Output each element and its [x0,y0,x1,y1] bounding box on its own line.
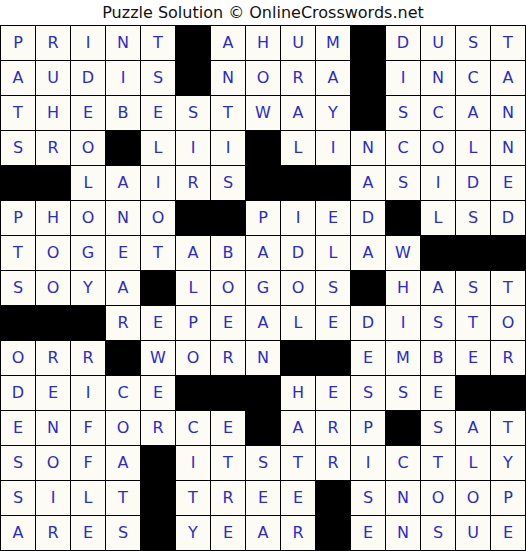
letter-cell: S [316,271,350,305]
black-cell [211,201,245,235]
letter-cell: P [1,201,35,235]
letter-cell: G [246,271,280,305]
letter-cell: E [351,341,385,375]
letter-cell: N [491,96,525,130]
letter-cell: A [491,61,525,95]
letter-cell: L [176,271,210,305]
letter-cell: I [141,166,175,200]
letter-cell: S [351,376,385,410]
letter-cell: D [1,376,35,410]
letter-cell: R [36,26,70,60]
letter-cell: S [106,516,140,550]
letter-cell: R [176,166,210,200]
letter-cell: T [141,236,175,270]
letter-cell: T [456,306,490,340]
letter-cell: L [456,131,490,165]
letter-cell: D [71,61,105,95]
letter-cell: T [1,96,35,130]
black-cell [176,201,210,235]
letter-cell: L [141,131,175,165]
letter-cell: A [456,96,490,130]
letter-cell: E [421,376,455,410]
black-cell [106,341,140,375]
letter-cell: C [106,376,140,410]
letter-cell: O [36,236,70,270]
letter-cell: A [211,26,245,60]
letter-cell: H [246,26,280,60]
letter-cell: A [351,166,385,200]
letter-cell: C [386,131,420,165]
letter-cell: N [351,131,385,165]
letter-cell: D [351,201,385,235]
letter-cell: B [211,236,245,270]
letter-cell: I [106,61,140,95]
letter-cell: O [491,306,525,340]
letter-cell: R [281,61,315,95]
letter-cell: O [281,271,315,305]
letter-cell: P [1,26,35,60]
letter-cell: W [386,236,420,270]
letter-cell: T [491,271,525,305]
letter-cell: S [386,96,420,130]
letter-cell: E [71,516,105,550]
letter-cell: E [491,516,525,550]
black-cell [36,306,70,340]
letter-cell: W [246,96,280,130]
letter-cell: R [36,516,70,550]
puzzle-solution-page: Puzzle Solution © OnlineCrosswords.net P… [0,0,526,551]
black-cell [141,446,175,480]
letter-cell: P [176,306,210,340]
letter-cell: E [316,201,350,235]
letter-cell: P [491,481,525,515]
letter-cell: C [386,446,420,480]
black-cell [421,236,455,270]
letter-cell: T [211,446,245,480]
black-cell [316,341,350,375]
letter-cell: I [176,446,210,480]
letter-cell: A [106,166,140,200]
letter-cell: E [211,411,245,445]
letter-cell: U [456,516,490,550]
letter-cell: R [141,411,175,445]
black-cell [316,516,350,550]
letter-cell: I [316,131,350,165]
letter-cell: U [36,61,70,95]
letter-cell: O [36,446,70,480]
black-cell [456,376,490,410]
black-cell [351,96,385,130]
letter-cell: S [1,131,35,165]
letter-cell: S [176,96,210,130]
letter-cell: S [1,481,35,515]
letter-cell: A [281,96,315,130]
letter-cell: I [281,201,315,235]
black-cell [491,236,525,270]
black-cell [351,61,385,95]
letter-cell: T [1,236,35,270]
letter-cell: L [456,446,490,480]
letter-cell: R [211,481,245,515]
letter-cell: S [421,411,455,445]
black-cell [491,376,525,410]
letter-cell: O [141,201,175,235]
letter-cell: R [316,446,350,480]
letter-cell: B [106,96,140,130]
letter-cell: E [281,481,315,515]
letter-cell: L [71,481,105,515]
letter-cell: D [281,236,315,270]
letter-cell: O [71,131,105,165]
letter-cell: T [106,481,140,515]
letter-cell: T [421,446,455,480]
letter-cell: Y [176,516,210,550]
letter-cell: R [106,306,140,340]
black-cell [386,201,420,235]
letter-cell: A [246,516,280,550]
letter-cell: R [71,341,105,375]
letter-cell: R [211,341,245,375]
letter-cell: I [386,61,420,95]
letter-cell: N [386,481,420,515]
letter-cell: Y [71,271,105,305]
letter-cell: L [281,131,315,165]
letter-cell: I [71,376,105,410]
letter-cell: S [421,306,455,340]
letter-cell: H [386,271,420,305]
letter-cell: T [211,96,245,130]
letter-cell: S [421,516,455,550]
letter-cell: E [71,96,105,130]
letter-cell: I [36,481,70,515]
letter-cell: A [246,306,280,340]
letter-cell: R [316,411,350,445]
black-cell [1,166,35,200]
letter-cell: N [421,61,455,95]
title-bar: Puzzle Solution © OnlineCrosswords.net [0,0,526,25]
black-cell [246,131,280,165]
letter-cell: A [106,446,140,480]
letter-cell: S [386,376,420,410]
letter-cell: E [316,306,350,340]
black-cell [246,376,280,410]
black-cell [141,481,175,515]
letter-cell: F [71,446,105,480]
letter-cell: D [351,306,385,340]
letter-cell: I [71,26,105,60]
letter-cell: S [386,166,420,200]
letter-cell: T [141,26,175,60]
black-cell [316,166,350,200]
letter-cell: U [421,26,455,60]
letter-cell: E [106,236,140,270]
letter-cell: E [141,306,175,340]
letter-cell: E [211,306,245,340]
black-cell [211,376,245,410]
black-cell [246,411,280,445]
letter-cell: I [351,446,385,480]
letter-cell: C [456,61,490,95]
letter-cell: S [211,166,245,200]
letter-cell: P [246,201,280,235]
page-title: Puzzle Solution © OnlineCrosswords.net [102,3,424,22]
letter-cell: A [456,411,490,445]
letter-cell: I [211,131,245,165]
letter-cell: F [71,411,105,445]
black-cell [351,271,385,305]
black-cell [106,131,140,165]
letter-cell: O [421,481,455,515]
letter-cell: L [281,306,315,340]
letter-cell: D [491,201,525,235]
letter-cell: N [491,131,525,165]
letter-cell: Y [491,446,525,480]
letter-cell: N [211,61,245,95]
letter-cell: T [491,411,525,445]
letter-cell: R [281,516,315,550]
letter-cell: H [36,201,70,235]
letter-cell: N [106,201,140,235]
letter-cell: S [456,26,490,60]
letter-cell: A [176,236,210,270]
letter-cell: U [281,26,315,60]
letter-cell: O [246,61,280,95]
letter-cell: O [71,201,105,235]
letter-cell: B [421,341,455,375]
letter-cell: A [1,61,35,95]
letter-cell: E [141,96,175,130]
black-cell [71,306,105,340]
letter-cell: E [36,376,70,410]
letter-cell: Y [316,96,350,130]
letter-cell: T [281,446,315,480]
crossword-grid: PRINTAHUMDUSTAUDISNORAINCATHEBESTWAYSCAN… [0,25,526,551]
black-cell [386,411,420,445]
letter-cell: H [36,96,70,130]
black-cell [456,236,490,270]
letter-cell: E [456,341,490,375]
letter-cell: S [456,201,490,235]
letter-cell: D [386,26,420,60]
black-cell [1,306,35,340]
letter-cell: G [71,236,105,270]
letter-cell: P [351,411,385,445]
letter-cell: N [386,516,420,550]
letter-cell: W [141,341,175,375]
letter-cell: O [106,411,140,445]
black-cell [246,166,280,200]
letter-cell: E [1,411,35,445]
letter-cell: I [176,131,210,165]
black-cell [141,516,175,550]
letter-cell: R [36,131,70,165]
letter-cell: A [316,61,350,95]
letter-cell: S [141,61,175,95]
letter-cell: I [386,306,420,340]
letter-cell: C [176,411,210,445]
letter-cell: E [211,516,245,550]
letter-cell: A [1,516,35,550]
letter-cell: I [421,166,455,200]
letter-cell: M [316,26,350,60]
letter-cell: S [1,271,35,305]
black-cell [281,341,315,375]
letter-cell: E [141,376,175,410]
letter-cell: N [36,411,70,445]
letter-cell: S [246,446,280,480]
letter-cell: O [456,481,490,515]
letter-cell: R [36,341,70,375]
black-cell [176,376,210,410]
letter-cell: O [1,341,35,375]
letter-cell: O [36,271,70,305]
black-cell [281,166,315,200]
letter-cell: S [351,481,385,515]
letter-cell: L [421,201,455,235]
letter-cell: A [106,271,140,305]
letter-cell: M [386,341,420,375]
letter-cell: R [491,341,525,375]
letter-cell: E [246,481,280,515]
letter-cell: A [421,271,455,305]
letter-cell: T [491,26,525,60]
black-cell [316,481,350,515]
black-cell [176,61,210,95]
black-cell [351,26,385,60]
letter-cell: L [316,236,350,270]
letter-cell: A [351,236,385,270]
letter-cell: S [456,271,490,305]
letter-cell: T [176,481,210,515]
letter-cell: E [351,516,385,550]
letter-cell: H [281,376,315,410]
letter-cell: E [316,376,350,410]
letter-cell: O [421,131,455,165]
letter-cell: N [246,341,280,375]
letter-cell: C [421,96,455,130]
letter-cell: L [71,166,105,200]
letter-cell: D [456,166,490,200]
letter-cell: S [1,446,35,480]
black-cell [141,271,175,305]
black-cell [36,166,70,200]
letter-cell: O [176,341,210,375]
letter-cell: O [211,271,245,305]
letter-cell: A [246,236,280,270]
black-cell [176,26,210,60]
letter-cell: A [281,411,315,445]
letter-cell: E [491,166,525,200]
letter-cell: N [106,26,140,60]
